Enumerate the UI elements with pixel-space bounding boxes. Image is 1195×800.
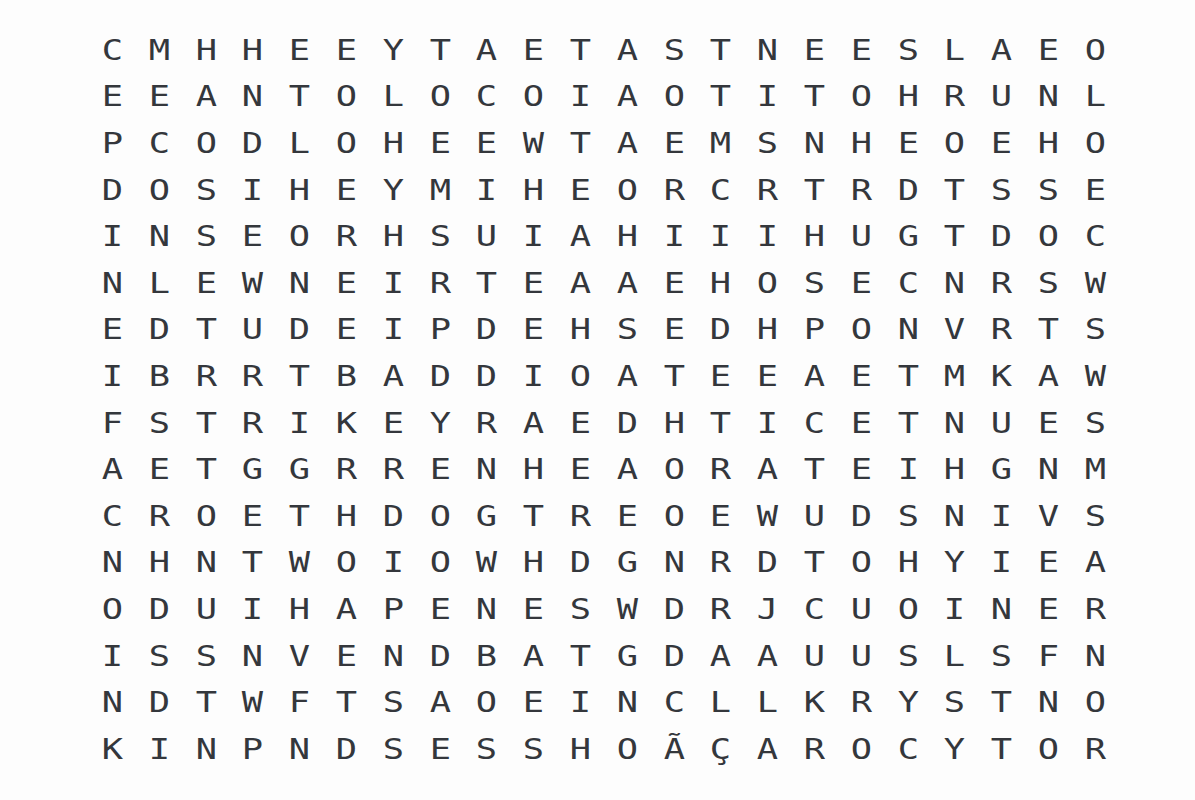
grid-cell[interactable]: O bbox=[1067, 679, 1124, 726]
grid-cell[interactable]: E bbox=[1067, 167, 1124, 214]
word-search-page: CMHHEEYTAETASTNEESLAEOEEANTOLOCOIAOTITOH… bbox=[0, 0, 1195, 800]
grid-cell[interactable]: S bbox=[1067, 400, 1124, 447]
grid-cell[interactable]: R bbox=[1067, 586, 1124, 633]
grid-cell[interactable]: O bbox=[1067, 120, 1124, 167]
grid-cell[interactable]: W bbox=[1067, 353, 1124, 400]
grid-cell[interactable]: N bbox=[1067, 633, 1124, 680]
grid-cell[interactable]: C bbox=[1067, 213, 1124, 260]
grid-cell[interactable]: L bbox=[1067, 74, 1124, 121]
grid-cell[interactable]: O bbox=[1067, 27, 1124, 74]
grid-cell[interactable]: M bbox=[1067, 446, 1124, 493]
grid-cell[interactable]: S bbox=[1067, 493, 1124, 540]
word-search-grid: CMHHEEYTAETASTNEESLAEOEEANTOLOCOIAOTITOH… bbox=[89, 27, 1119, 773]
grid-cell[interactable]: A bbox=[1067, 540, 1124, 587]
grid-cell[interactable]: W bbox=[1067, 260, 1124, 307]
grid-cell[interactable]: R bbox=[1067, 726, 1124, 773]
grid-cell[interactable]: S bbox=[1067, 307, 1124, 354]
